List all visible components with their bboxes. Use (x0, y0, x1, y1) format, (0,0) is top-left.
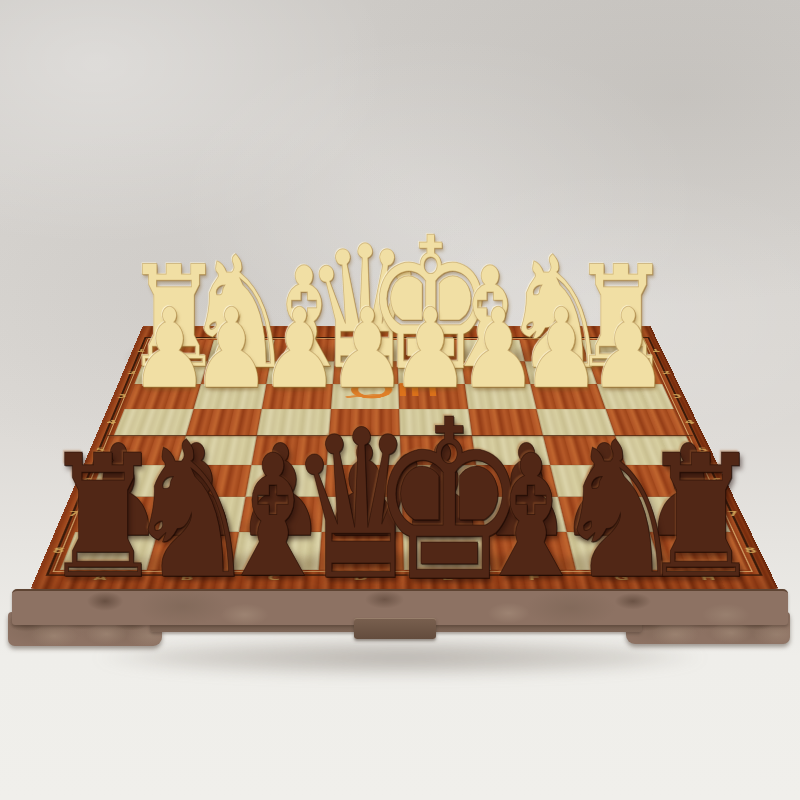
photo-scene: ABCDEFGH1122334455667788 ♜♞♝♛♚♝♞♜♟♟♟♟♟♟♟… (0, 0, 800, 800)
piece-white-pawn[interactable]: ♟ (585, 294, 673, 405)
piece-black-rook[interactable]: ♜ (633, 432, 769, 602)
